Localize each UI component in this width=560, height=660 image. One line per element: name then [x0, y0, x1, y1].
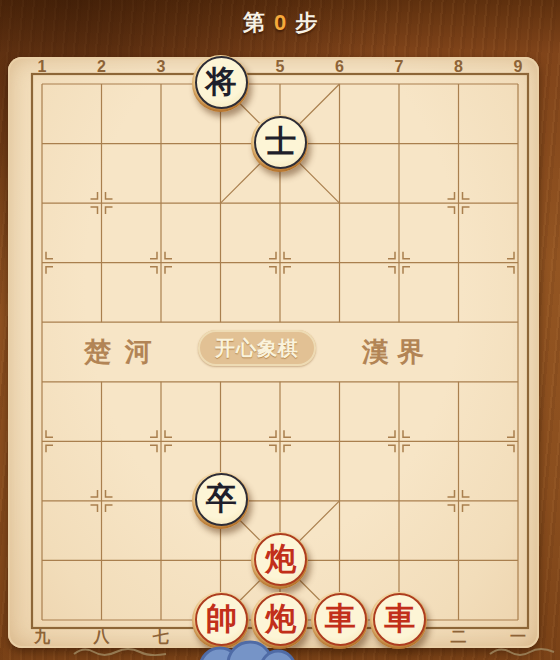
board-point-f9r6[interactable] — [488, 352, 548, 412]
board-point-f8r3[interactable] — [429, 173, 489, 233]
board-point-f8r9[interactable] — [429, 531, 489, 591]
xiangqi-app: 第 0 步 123456789 九八七六五四三二一 楚河 漢界 开心象棋 将士卒… — [0, 0, 560, 660]
board-point-f2r3[interactable] — [72, 173, 132, 233]
board-point-f1r2[interactable] — [12, 114, 72, 174]
board-point-f2r7[interactable] — [72, 412, 132, 472]
board-point-f1r9[interactable] — [12, 531, 72, 591]
board-point-f7r9[interactable] — [369, 531, 429, 591]
board-point-f1r10[interactable] — [12, 590, 72, 650]
board-point-f9r8[interactable] — [488, 471, 548, 531]
board-point-f9r1[interactable] — [488, 54, 548, 114]
board-point-f7r3[interactable] — [369, 173, 429, 233]
board-point-f7r7[interactable] — [369, 412, 429, 472]
board-point-f8r5[interactable] — [429, 292, 489, 352]
board-point-f3r5[interactable] — [131, 292, 191, 352]
piece-face: 帥 — [195, 593, 248, 646]
board-point-f9r10[interactable] — [488, 590, 548, 650]
board-point-f4r4[interactable] — [191, 233, 251, 293]
piece-face: 車 — [314, 593, 367, 646]
board-point-f4r6[interactable] — [191, 352, 251, 412]
board-point-f8r7[interactable] — [429, 412, 489, 472]
piece-glyph: 炮 — [265, 543, 296, 574]
board-point-f5r6[interactable] — [250, 352, 310, 412]
board-point-f5r3[interactable] — [250, 173, 310, 233]
board-point-f9r3[interactable] — [488, 173, 548, 233]
board-point-f5r7[interactable] — [250, 412, 310, 472]
board-point-f6r3[interactable] — [310, 173, 370, 233]
board-point-f3r8[interactable] — [131, 471, 191, 531]
board-point-f8r1[interactable] — [429, 54, 489, 114]
board-point-f9r7[interactable] — [488, 412, 548, 472]
board-point-f8r2[interactable] — [429, 114, 489, 174]
piece-glyph: 士 — [265, 126, 296, 157]
board-point-f2r5[interactable] — [72, 292, 132, 352]
board-point-f6r2[interactable] — [310, 114, 370, 174]
board-point-f2r9[interactable] — [72, 531, 132, 591]
board-point-f2r1[interactable] — [72, 54, 132, 114]
piece-red-cannon[interactable]: 炮 — [251, 532, 308, 589]
board-point-f7r2[interactable] — [369, 114, 429, 174]
board-point-f2r6[interactable] — [72, 352, 132, 412]
board-point-f2r2[interactable] — [72, 114, 132, 174]
board-point-f2r4[interactable] — [72, 233, 132, 293]
board-point-f4r7[interactable] — [191, 412, 251, 472]
piece-red-chariot[interactable]: 車 — [370, 592, 427, 649]
piece-red-chariot[interactable]: 車 — [311, 592, 368, 649]
board-point-f2r10[interactable] — [72, 590, 132, 650]
board-point-f2r8[interactable] — [72, 471, 132, 531]
board-point-f3r4[interactable] — [131, 233, 191, 293]
board-point-f6r5[interactable] — [310, 292, 370, 352]
piece-face: 炮 — [254, 593, 307, 646]
piece-black-advisor[interactable]: 士 — [251, 115, 308, 172]
piece-glyph: 炮 — [265, 603, 296, 634]
board-point-f5r8[interactable] — [250, 471, 310, 531]
board-point-f3r3[interactable] — [131, 173, 191, 233]
piece-face: 車 — [373, 593, 426, 646]
board-point-f8r6[interactable] — [429, 352, 489, 412]
board-point-f1r1[interactable] — [12, 54, 72, 114]
board-point-f1r5[interactable] — [12, 292, 72, 352]
board-point-f7r6[interactable] — [369, 352, 429, 412]
piece-face: 炮 — [254, 533, 307, 586]
board-point-f6r1[interactable] — [310, 54, 370, 114]
board-point-f4r3[interactable] — [191, 173, 251, 233]
board-point-f8r10[interactable] — [429, 590, 489, 650]
board-point-f9r4[interactable] — [488, 233, 548, 293]
board-point-f3r6[interactable] — [131, 352, 191, 412]
piece-glyph: 車 — [384, 603, 415, 634]
board-point-f4r5[interactable] — [191, 292, 251, 352]
board-point-f5r4[interactable] — [250, 233, 310, 293]
piece-glyph: 将 — [206, 66, 237, 97]
piece-glyph: 車 — [325, 603, 356, 634]
board-point-f6r4[interactable] — [310, 233, 370, 293]
ornament-swirl-left — [70, 644, 170, 660]
board: 将士卒炮帥炮車車 — [12, 54, 548, 650]
cloud-decoration — [190, 640, 300, 660]
board-point-f4r2[interactable] — [191, 114, 251, 174]
piece-face: 将 — [195, 56, 248, 109]
board-point-f3r9[interactable] — [131, 531, 191, 591]
board-point-f6r9[interactable] — [310, 531, 370, 591]
board-point-f7r4[interactable] — [369, 233, 429, 293]
piece-face: 士 — [254, 116, 307, 169]
board-point-f7r5[interactable] — [369, 292, 429, 352]
piece-black-general[interactable]: 将 — [192, 55, 249, 112]
board-point-f1r4[interactable] — [12, 233, 72, 293]
board-point-f8r8[interactable] — [429, 471, 489, 531]
piece-face: 卒 — [195, 473, 248, 526]
board-point-f9r5[interactable] — [488, 292, 548, 352]
board-point-f3r7[interactable] — [131, 412, 191, 472]
board-point-f7r8[interactable] — [369, 471, 429, 531]
board-point-f3r10[interactable] — [131, 590, 191, 650]
board-point-f4r9[interactable] — [191, 531, 251, 591]
board-point-f9r2[interactable] — [488, 114, 548, 174]
board-point-f5r5[interactable] — [250, 292, 310, 352]
board-point-f3r1[interactable] — [131, 54, 191, 114]
ornament-swirl-right — [488, 644, 558, 660]
board-point-f6r7[interactable] — [310, 412, 370, 472]
board-point-f1r3[interactable] — [12, 173, 72, 233]
board-point-f8r4[interactable] — [429, 233, 489, 293]
board-point-f3r2[interactable] — [131, 114, 191, 174]
piece-black-soldier[interactable]: 卒 — [192, 472, 249, 529]
board-point-f1r6[interactable] — [12, 352, 72, 412]
board-point-f9r9[interactable] — [488, 531, 548, 591]
board-point-f1r7[interactable] — [12, 412, 72, 472]
board-point-f7r1[interactable] — [369, 54, 429, 114]
board-point-f6r8[interactable] — [310, 471, 370, 531]
piece-glyph: 卒 — [206, 483, 237, 514]
board-point-f5r1[interactable] — [250, 54, 310, 114]
board-point-f1r8[interactable] — [12, 471, 72, 531]
board-point-f6r6[interactable] — [310, 352, 370, 412]
piece-glyph: 帥 — [206, 603, 237, 634]
